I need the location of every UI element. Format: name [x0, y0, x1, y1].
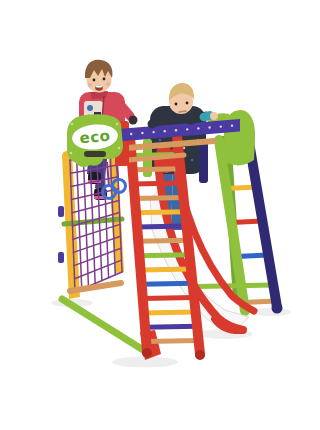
right-ladder: [198, 140, 283, 314]
net-frame: [58, 145, 124, 300]
eco-logo-text: eco: [79, 127, 111, 148]
play-gym-scene: eco: [0, 0, 320, 430]
product-photo: eco: [0, 0, 320, 430]
girl-hand: [129, 116, 138, 125]
panel-handle: [84, 151, 106, 157]
